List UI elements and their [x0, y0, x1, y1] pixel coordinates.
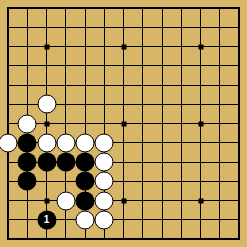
grid-line-vertical [181, 8, 182, 239]
black-stone-move-1: 1 [37, 210, 56, 229]
black-stone [37, 153, 56, 172]
star-point [198, 44, 203, 49]
white-stone [95, 210, 114, 229]
go-diagram: 1 [0, 0, 247, 247]
star-point [44, 198, 49, 203]
star-point [198, 121, 203, 126]
grid-line-vertical [142, 8, 143, 239]
black-stone [76, 191, 95, 210]
grid-line-horizontal [8, 181, 239, 182]
star-point [121, 44, 126, 49]
star-point [121, 121, 126, 126]
white-stone [76, 210, 95, 229]
black-stone [18, 153, 37, 172]
black-stone [76, 153, 95, 172]
white-stone [76, 133, 95, 152]
black-stone [18, 172, 37, 191]
white-stone [56, 133, 75, 152]
move-number-label: 1 [44, 215, 50, 225]
black-stone [18, 133, 37, 152]
white-stone [56, 191, 75, 210]
star-point [44, 121, 49, 126]
black-stone [56, 153, 75, 172]
star-point [198, 198, 203, 203]
star-point [44, 44, 49, 49]
white-stone [95, 153, 114, 172]
grid-line-vertical [162, 8, 163, 239]
white-stone [95, 191, 114, 210]
white-stone [95, 172, 114, 191]
white-stone [37, 95, 56, 114]
grid-line-vertical [219, 8, 220, 239]
white-stone [37, 133, 56, 152]
black-stone [76, 172, 95, 191]
go-board: 1 [0, 0, 247, 247]
star-point [121, 198, 126, 203]
white-stone [18, 114, 37, 133]
white-stone [95, 133, 114, 152]
